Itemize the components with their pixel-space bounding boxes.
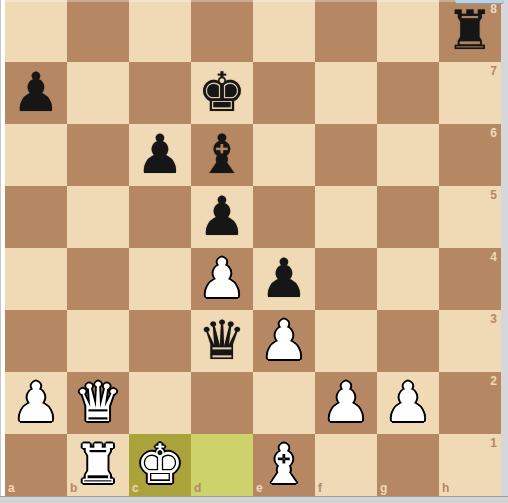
square-f3[interactable] — [315, 310, 377, 372]
square-d4[interactable]: ♟ — [191, 248, 253, 310]
square-e7[interactable] — [253, 62, 315, 124]
rank-label-5: 5 — [490, 188, 497, 202]
square-c6[interactable]: ♟ — [129, 124, 191, 186]
bottom-window-edge — [0, 496, 508, 503]
black-queen[interactable]: ♛ — [191, 310, 253, 372]
file-label-a: a — [8, 481, 15, 495]
square-b8[interactable] — [67, 0, 129, 62]
square-c4[interactable] — [129, 248, 191, 310]
square-d7[interactable]: ♚ — [191, 62, 253, 124]
chess-app-window: ♜8♟♚7♟♝6♟5♟♟4♛♟3♟♛♟♟2a♜b♚cd♝efg1h — [0, 0, 508, 503]
square-e1[interactable]: ♝e — [253, 434, 315, 496]
square-h2[interactable]: 2 — [439, 372, 501, 434]
rank-label-4: 4 — [490, 250, 497, 264]
square-b1[interactable]: ♜b — [67, 434, 129, 496]
white-pawn[interactable]: ♟ — [315, 372, 377, 434]
square-b6[interactable] — [67, 124, 129, 186]
black-pawn[interactable]: ♟ — [5, 62, 67, 124]
rank-label-2: 2 — [490, 374, 497, 388]
square-b5[interactable] — [67, 186, 129, 248]
right-window-edge — [501, 0, 508, 503]
square-e4[interactable]: ♟ — [253, 248, 315, 310]
rank-label-1: 1 — [490, 436, 497, 450]
white-queen[interactable]: ♛ — [67, 372, 129, 434]
black-rook[interactable]: ♜ — [439, 0, 501, 62]
square-b7[interactable] — [67, 62, 129, 124]
square-a7[interactable]: ♟ — [5, 62, 67, 124]
square-c5[interactable] — [129, 186, 191, 248]
square-g2[interactable]: ♟ — [377, 372, 439, 434]
square-g5[interactable] — [377, 186, 439, 248]
square-b2[interactable]: ♛ — [67, 372, 129, 434]
square-e5[interactable] — [253, 186, 315, 248]
file-label-g: g — [380, 481, 387, 495]
square-f5[interactable] — [315, 186, 377, 248]
rank-label-7: 7 — [490, 64, 497, 78]
square-a2[interactable]: ♟ — [5, 372, 67, 434]
square-c3[interactable] — [129, 310, 191, 372]
white-rook[interactable]: ♜ — [67, 434, 129, 496]
square-e3[interactable]: ♟ — [253, 310, 315, 372]
square-h4[interactable]: 4 — [439, 248, 501, 310]
file-label-h: h — [442, 481, 449, 495]
square-f8[interactable] — [315, 0, 377, 62]
square-a1[interactable]: a — [5, 434, 67, 496]
square-g7[interactable] — [377, 62, 439, 124]
square-f6[interactable] — [315, 124, 377, 186]
square-a4[interactable] — [5, 248, 67, 310]
square-b4[interactable] — [67, 248, 129, 310]
white-pawn[interactable]: ♟ — [377, 372, 439, 434]
file-label-f: f — [318, 481, 322, 495]
left-window-edge — [0, 0, 1, 503]
square-h6[interactable]: 6 — [439, 124, 501, 186]
square-f4[interactable] — [315, 248, 377, 310]
square-d2[interactable] — [191, 372, 253, 434]
black-pawn[interactable]: ♟ — [129, 124, 191, 186]
square-g8[interactable] — [377, 0, 439, 62]
square-e2[interactable] — [253, 372, 315, 434]
square-f7[interactable] — [315, 62, 377, 124]
square-h7[interactable]: 7 — [439, 62, 501, 124]
square-a8[interactable] — [5, 0, 67, 62]
rank-label-6: 6 — [490, 126, 497, 140]
square-g3[interactable] — [377, 310, 439, 372]
square-d6[interactable]: ♝ — [191, 124, 253, 186]
square-a5[interactable] — [5, 186, 67, 248]
white-pawn[interactable]: ♟ — [253, 310, 315, 372]
white-pawn[interactable]: ♟ — [191, 248, 253, 310]
white-pawn[interactable]: ♟ — [5, 372, 67, 434]
black-king[interactable]: ♚ — [191, 62, 253, 124]
square-e6[interactable] — [253, 124, 315, 186]
square-b3[interactable] — [67, 310, 129, 372]
square-c8[interactable] — [129, 0, 191, 62]
square-h8[interactable]: ♜8 — [439, 0, 501, 62]
white-bishop[interactable]: ♝ — [253, 434, 315, 496]
square-d8[interactable] — [191, 0, 253, 62]
square-h3[interactable]: 3 — [439, 310, 501, 372]
square-h5[interactable]: 5 — [439, 186, 501, 248]
black-pawn[interactable]: ♟ — [191, 186, 253, 248]
square-f1[interactable]: f — [315, 434, 377, 496]
square-d3[interactable]: ♛ — [191, 310, 253, 372]
black-pawn[interactable]: ♟ — [253, 248, 315, 310]
white-king[interactable]: ♚ — [129, 434, 191, 496]
rank-label-3: 3 — [490, 312, 497, 326]
chess-board[interactable]: ♜8♟♚7♟♝6♟5♟♟4♛♟3♟♛♟♟2a♜b♚cd♝efg1h — [5, 0, 501, 496]
square-g1[interactable]: g — [377, 434, 439, 496]
square-g4[interactable] — [377, 248, 439, 310]
square-c7[interactable] — [129, 62, 191, 124]
square-g6[interactable] — [377, 124, 439, 186]
square-h1[interactable]: 1h — [439, 434, 501, 496]
square-c2[interactable] — [129, 372, 191, 434]
file-label-d: d — [194, 481, 201, 495]
square-a6[interactable] — [5, 124, 67, 186]
square-c1[interactable]: ♚c — [129, 434, 191, 496]
black-bishop[interactable]: ♝ — [191, 124, 253, 186]
square-f2[interactable]: ♟ — [315, 372, 377, 434]
square-d1[interactable]: d — [191, 434, 253, 496]
square-a3[interactable] — [5, 310, 67, 372]
square-e8[interactable] — [253, 0, 315, 62]
square-d5[interactable]: ♟ — [191, 186, 253, 248]
